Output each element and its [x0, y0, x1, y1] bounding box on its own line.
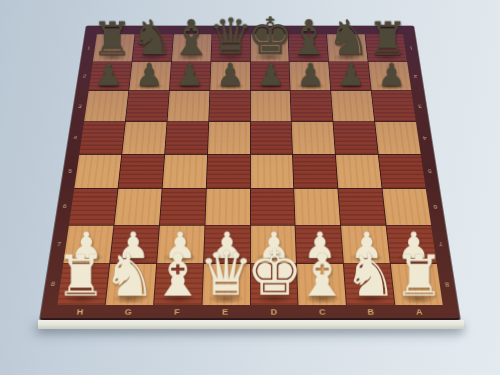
square-a4[interactable] — [375, 122, 420, 154]
piece-shadow — [93, 82, 124, 90]
square-d6[interactable] — [250, 189, 294, 225]
piece-shadow — [216, 54, 245, 61]
square-a2[interactable]: ♟ — [369, 62, 412, 91]
square-b7[interactable]: ♟ — [341, 225, 390, 263]
piece-shadow — [294, 54, 324, 61]
square-b4[interactable] — [334, 122, 378, 154]
piece-shadow — [111, 293, 148, 304]
square-g8[interactable]: ♞ — [106, 264, 156, 305]
square-d1[interactable]: ♚ — [250, 34, 289, 61]
piece-shadow — [304, 293, 340, 304]
piece-shadow — [295, 82, 325, 90]
square-c3[interactable] — [291, 91, 333, 121]
square-c4[interactable] — [292, 122, 335, 154]
square-d5[interactable] — [250, 154, 293, 188]
square-a3[interactable] — [372, 91, 416, 121]
piece-shadow — [256, 253, 291, 263]
square-e4[interactable] — [208, 122, 250, 154]
square-e6[interactable] — [205, 189, 249, 225]
square-g4[interactable] — [122, 122, 166, 154]
piece-shadow — [162, 253, 197, 263]
piece-shadow — [352, 293, 389, 304]
square-c7[interactable]: ♟ — [296, 225, 343, 263]
square-e1[interactable]: ♛ — [211, 34, 250, 61]
square-f5[interactable] — [162, 154, 206, 188]
square-a1[interactable]: ♜ — [366, 34, 408, 61]
square-g5[interactable] — [118, 154, 164, 188]
square-f2[interactable]: ♟ — [170, 62, 211, 91]
square-d2[interactable]: ♟ — [250, 62, 290, 91]
board-grid: ♜♞♝♛♚♝♞♜♟♟♟♟♟♟♟♟♟♟♟♟♟♟♟♟♜♞♝♛♚♝♞♜ — [57, 34, 443, 305]
square-d3[interactable] — [250, 91, 291, 121]
piece-shadow — [349, 253, 385, 263]
piece-shadow — [335, 82, 366, 90]
file-label-h: H — [55, 305, 105, 318]
square-b6[interactable] — [339, 189, 386, 225]
white-queen-e8: ♛ — [192, 244, 259, 305]
square-b5[interactable] — [336, 154, 382, 188]
piece-shadow — [209, 253, 244, 263]
file-label-c: C — [298, 305, 347, 318]
square-e8[interactable]: ♛ — [202, 264, 249, 305]
square-b3[interactable] — [331, 91, 374, 121]
square-c8[interactable]: ♝ — [297, 264, 346, 305]
square-h3[interactable] — [84, 91, 128, 121]
piece-shadow — [160, 293, 196, 304]
piece-shadow — [255, 54, 284, 61]
square-e3[interactable] — [209, 91, 250, 121]
square-f1[interactable]: ♝ — [172, 34, 212, 61]
square-g1[interactable]: ♞ — [132, 34, 173, 61]
square-a6[interactable] — [383, 189, 431, 225]
file-label-b: B — [346, 305, 396, 318]
piece-shadow — [255, 82, 285, 90]
table-scene: ♜♞♝♛♚♝♞♜♟♟♟♟♟♟♟♟♟♟♟♟♟♟♟♟♜♞♝♛♚♝♞♜ HGFEDCB… — [0, 0, 500, 375]
square-c6[interactable] — [295, 189, 341, 225]
square-h1[interactable]: ♜ — [93, 34, 135, 61]
square-e7[interactable]: ♟ — [204, 225, 250, 263]
square-d8[interactable]: ♚ — [250, 264, 297, 305]
piece-shadow — [256, 293, 292, 304]
square-f8[interactable]: ♝ — [154, 264, 203, 305]
file-label-g: G — [104, 305, 154, 318]
square-a8[interactable]: ♜ — [391, 264, 443, 305]
piece-shadow — [372, 54, 402, 61]
square-e2[interactable]: ♟ — [210, 62, 250, 91]
square-b1[interactable]: ♞ — [327, 34, 368, 61]
piece-shadow — [302, 253, 337, 263]
file-label-f: F — [153, 305, 202, 318]
square-e5[interactable] — [206, 154, 249, 188]
file-label-e: E — [201, 305, 250, 318]
piece-shadow — [176, 54, 206, 61]
piece-shadow — [137, 54, 167, 61]
piece-shadow — [98, 54, 128, 61]
piece-shadow — [69, 253, 105, 263]
square-g7[interactable]: ♟ — [110, 225, 159, 263]
square-c5[interactable] — [293, 154, 337, 188]
piece-shadow — [134, 82, 165, 90]
square-h7[interactable]: ♟ — [63, 225, 113, 263]
square-a5[interactable] — [379, 154, 426, 188]
piece-shadow — [333, 54, 363, 61]
square-f4[interactable] — [165, 122, 208, 154]
square-d4[interactable] — [250, 122, 292, 154]
square-h6[interactable] — [69, 189, 117, 225]
square-h8[interactable]: ♜ — [57, 264, 109, 305]
piece-shadow — [215, 82, 245, 90]
square-b2[interactable]: ♟ — [329, 62, 371, 91]
square-g2[interactable]: ♟ — [129, 62, 171, 91]
piece-shadow — [376, 82, 407, 90]
piece-shadow — [63, 293, 100, 304]
square-h5[interactable] — [74, 154, 121, 188]
file-label-d: D — [250, 305, 299, 318]
square-c1[interactable]: ♝ — [289, 34, 329, 61]
square-f3[interactable] — [167, 91, 209, 121]
piece-shadow — [174, 82, 204, 90]
square-f7[interactable]: ♟ — [157, 225, 204, 263]
piece-shadow — [208, 293, 244, 304]
file-labels: HGFEDCBA — [55, 305, 444, 318]
piece-shadow — [400, 293, 437, 304]
square-g6[interactable] — [114, 189, 161, 225]
square-a7[interactable]: ♟ — [387, 225, 437, 263]
square-d7[interactable]: ♟ — [250, 225, 296, 263]
square-c2[interactable]: ♟ — [290, 62, 331, 91]
file-label-a: A — [395, 305, 445, 318]
chess-board: ♜♞♝♛♚♝♞♜♟♟♟♟♟♟♟♟♟♟♟♟♟♟♟♟♜♞♝♛♚♝♞♜ HGFEDCB… — [40, 26, 460, 320]
square-b8[interactable]: ♞ — [344, 264, 394, 305]
square-h4[interactable] — [79, 122, 124, 154]
board-side-edge — [38, 320, 464, 329]
square-g3[interactable] — [126, 91, 169, 121]
square-h2[interactable]: ♟ — [89, 62, 132, 91]
piece-shadow — [116, 253, 152, 263]
square-f6[interactable] — [160, 189, 206, 225]
piece-shadow — [395, 253, 431, 263]
